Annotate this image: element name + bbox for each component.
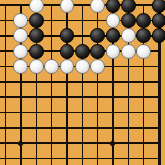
grid-line-v [51, 4, 52, 165]
grid-line-v [5, 4, 6, 165]
grid-line-h [0, 112, 161, 113]
stone-black-N17 [60, 28, 75, 43]
stone-black-S18 [136, 13, 151, 28]
grid-line-h [0, 158, 161, 159]
stone-black-L17 [29, 28, 44, 43]
stone-white-L15 [29, 59, 44, 74]
grid-line-h [0, 81, 161, 82]
stone-black-R19 [121, 0, 136, 13]
stone-black-T19 [152, 0, 165, 13]
stone-white-Q18 [106, 13, 121, 28]
stone-white-K16 [13, 44, 28, 59]
stone-black-L16 [29, 44, 44, 59]
grid-line-h [0, 127, 161, 128]
stone-white-R16 [121, 44, 136, 59]
stone-white-K18 [13, 13, 28, 28]
stone-black-Q17 [106, 28, 121, 43]
star-point [17, 140, 24, 147]
stone-black-R18 [121, 13, 136, 28]
stone-black-P17 [90, 28, 105, 43]
stone-black-T17 [152, 28, 165, 43]
go-board[interactable] [0, 0, 165, 165]
stone-black-O16 [75, 44, 90, 59]
stone-white-M15 [44, 59, 59, 74]
stone-white-P15 [90, 59, 105, 74]
grid-line-v [82, 4, 83, 165]
stone-white-R17 [121, 28, 136, 43]
stone-white-K15 [13, 59, 28, 74]
stone-white-O15 [75, 59, 90, 74]
stone-white-N15 [60, 59, 75, 74]
stone-black-L18 [29, 13, 44, 28]
stone-white-K17 [13, 28, 28, 43]
stone-white-N19 [60, 0, 75, 13]
stone-white-L19 [29, 0, 44, 13]
stone-white-P19 [90, 0, 105, 13]
stone-white-S16 [136, 44, 151, 59]
stone-black-S17 [136, 28, 151, 43]
grid-line-h [0, 4, 161, 6]
stone-black-T18 [152, 13, 165, 28]
stone-black-P16 [90, 44, 105, 59]
stone-white-Q16 [106, 44, 121, 59]
star-point [109, 140, 116, 147]
stone-black-Q19 [106, 0, 121, 13]
grid-line-h [0, 96, 161, 97]
go-diagram [0, 0, 165, 165]
stone-black-N16 [60, 44, 75, 59]
